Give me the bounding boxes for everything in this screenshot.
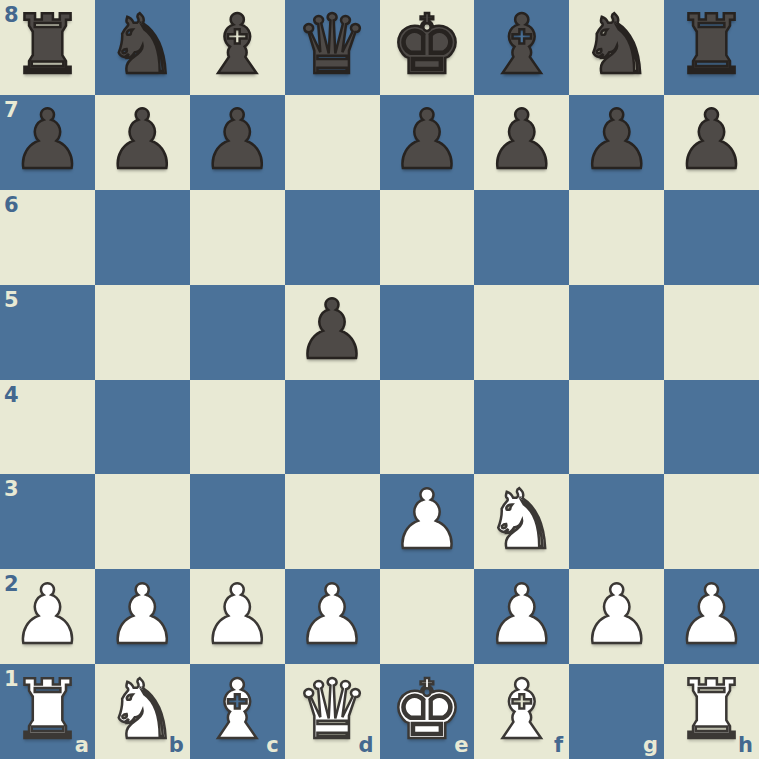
piece-black-pawn[interactable]: ♟︎ xyxy=(200,99,274,181)
piece-black-pawn[interactable]: ♟︎ xyxy=(106,99,180,181)
square-h3[interactable] xyxy=(664,474,759,569)
square-a6[interactable]: 6 xyxy=(0,190,95,285)
piece-white-pawn[interactable]: ♟︎ xyxy=(295,574,369,656)
square-a3[interactable]: 3 xyxy=(0,474,95,569)
piece-black-pawn[interactable]: ♟︎ xyxy=(580,99,654,181)
piece-black-queen[interactable]: ♛ xyxy=(295,4,369,86)
piece-white-pawn[interactable]: ♟︎ xyxy=(485,574,559,656)
square-c5[interactable] xyxy=(190,285,285,380)
square-a2[interactable]: ♟︎2 xyxy=(0,569,95,664)
piece-black-pawn[interactable]: ♟︎ xyxy=(675,99,749,181)
square-g1[interactable]: g xyxy=(569,664,664,759)
piece-black-knight[interactable]: ♞ xyxy=(580,4,654,86)
square-h6[interactable] xyxy=(664,190,759,285)
square-g6[interactable] xyxy=(569,190,664,285)
piece-white-bishop[interactable]: ♝ xyxy=(200,669,274,751)
piece-black-bishop[interactable]: ♝ xyxy=(200,4,274,86)
square-b1[interactable]: ♞b xyxy=(95,664,190,759)
square-e7[interactable]: ♟︎ xyxy=(380,95,475,190)
piece-black-king[interactable]: ♚ xyxy=(390,4,464,86)
square-h4[interactable] xyxy=(664,380,759,475)
rank-label-5: 5 xyxy=(4,290,19,311)
square-e4[interactable] xyxy=(380,380,475,475)
square-f7[interactable]: ♟︎ xyxy=(474,95,569,190)
piece-white-pawn[interactable]: ♟︎ xyxy=(580,574,654,656)
square-b3[interactable] xyxy=(95,474,190,569)
square-h5[interactable] xyxy=(664,285,759,380)
square-g8[interactable]: ♞ xyxy=(569,0,664,95)
square-g3[interactable] xyxy=(569,474,664,569)
square-b8[interactable]: ♞ xyxy=(95,0,190,95)
piece-black-bishop[interactable]: ♝ xyxy=(485,4,559,86)
piece-white-bishop[interactable]: ♝ xyxy=(485,669,559,751)
square-h1[interactable]: ♜h xyxy=(664,664,759,759)
square-h7[interactable]: ♟︎ xyxy=(664,95,759,190)
piece-black-knight[interactable]: ♞ xyxy=(106,4,180,86)
square-f5[interactable] xyxy=(474,285,569,380)
square-b6[interactable] xyxy=(95,190,190,285)
square-a7[interactable]: ♟︎7 xyxy=(0,95,95,190)
square-c6[interactable] xyxy=(190,190,285,285)
square-e3[interactable]: ♟︎ xyxy=(380,474,475,569)
piece-white-knight[interactable]: ♞ xyxy=(485,479,559,561)
piece-black-pawn[interactable]: ♟︎ xyxy=(390,99,464,181)
piece-black-pawn[interactable]: ♟︎ xyxy=(295,289,369,371)
square-e8[interactable]: ♚ xyxy=(380,0,475,95)
piece-white-pawn[interactable]: ♟︎ xyxy=(11,574,85,656)
square-a5[interactable]: 5 xyxy=(0,285,95,380)
square-b4[interactable] xyxy=(95,380,190,475)
square-e5[interactable] xyxy=(380,285,475,380)
piece-white-pawn[interactable]: ♟︎ xyxy=(200,574,274,656)
piece-black-rook[interactable]: ♜ xyxy=(675,4,749,86)
piece-black-pawn[interactable]: ♟︎ xyxy=(485,99,559,181)
square-f3[interactable]: ♞ xyxy=(474,474,569,569)
piece-white-pawn[interactable]: ♟︎ xyxy=(675,574,749,656)
square-d5[interactable]: ♟︎ xyxy=(285,285,380,380)
square-c4[interactable] xyxy=(190,380,285,475)
square-h2[interactable]: ♟︎ xyxy=(664,569,759,664)
square-a1[interactable]: ♜1a xyxy=(0,664,95,759)
piece-white-rook[interactable]: ♜ xyxy=(675,669,749,751)
square-e2[interactable] xyxy=(380,569,475,664)
square-d6[interactable] xyxy=(285,190,380,285)
piece-white-pawn[interactable]: ♟︎ xyxy=(390,479,464,561)
piece-black-pawn[interactable]: ♟︎ xyxy=(11,99,85,181)
square-d8[interactable]: ♛ xyxy=(285,0,380,95)
square-g5[interactable] xyxy=(569,285,664,380)
square-h8[interactable]: ♜ xyxy=(664,0,759,95)
square-c7[interactable]: ♟︎ xyxy=(190,95,285,190)
square-b2[interactable]: ♟︎ xyxy=(95,569,190,664)
square-d1[interactable]: ♛d xyxy=(285,664,380,759)
square-f1[interactable]: ♝f xyxy=(474,664,569,759)
square-d2[interactable]: ♟︎ xyxy=(285,569,380,664)
piece-black-rook[interactable]: ♜ xyxy=(11,4,85,86)
square-f8[interactable]: ♝ xyxy=(474,0,569,95)
square-c2[interactable]: ♟︎ xyxy=(190,569,285,664)
square-f2[interactable]: ♟︎ xyxy=(474,569,569,664)
square-g4[interactable] xyxy=(569,380,664,475)
square-g2[interactable]: ♟︎ xyxy=(569,569,664,664)
square-b7[interactable]: ♟︎ xyxy=(95,95,190,190)
square-d7[interactable] xyxy=(285,95,380,190)
square-a8[interactable]: ♜8 xyxy=(0,0,95,95)
chess-board: ♜8♞♝♛♚♝♞♜♟︎7♟︎♟︎♟︎♟︎♟︎♟︎65♟︎43♟︎♞♟︎2♟︎♟︎… xyxy=(0,0,759,759)
piece-white-rook[interactable]: ♜ xyxy=(11,669,85,751)
square-a4[interactable]: 4 xyxy=(0,380,95,475)
file-label-g: g xyxy=(643,735,658,756)
rank-label-6: 6 xyxy=(4,195,19,216)
square-e1[interactable]: ♚e xyxy=(380,664,475,759)
square-c3[interactable] xyxy=(190,474,285,569)
square-d4[interactable] xyxy=(285,380,380,475)
rank-label-3: 3 xyxy=(4,479,19,500)
rank-label-4: 4 xyxy=(4,385,19,406)
square-f6[interactable] xyxy=(474,190,569,285)
square-d3[interactable] xyxy=(285,474,380,569)
piece-white-pawn[interactable]: ♟︎ xyxy=(106,574,180,656)
square-c8[interactable]: ♝ xyxy=(190,0,285,95)
square-b5[interactable] xyxy=(95,285,190,380)
square-c1[interactable]: ♝c xyxy=(190,664,285,759)
piece-white-king[interactable]: ♚ xyxy=(390,669,464,751)
piece-white-queen[interactable]: ♛ xyxy=(295,669,369,751)
square-f4[interactable] xyxy=(474,380,569,475)
piece-white-knight[interactable]: ♞ xyxy=(106,669,180,751)
square-g7[interactable]: ♟︎ xyxy=(569,95,664,190)
square-e6[interactable] xyxy=(380,190,475,285)
